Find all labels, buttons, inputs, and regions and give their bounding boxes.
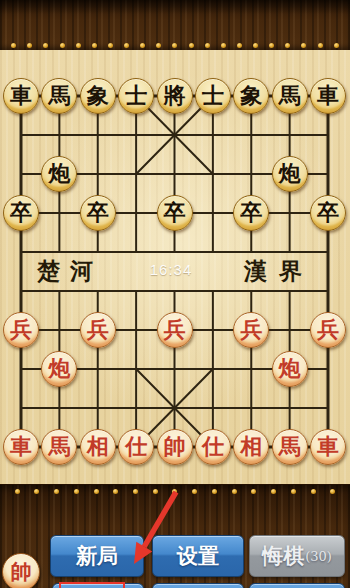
stud-dot [221,43,226,48]
undo-count: (30) [305,549,332,564]
bottom-stud-row [0,487,350,495]
xiangqi-app-screen: 楚河 16:34 漢界 車馬象士將士象馬車炮炮卒卒卒卒卒兵兵兵兵兵炮炮車馬相仕帥… [0,0,350,588]
settings-button[interactable]: 设置 [152,535,244,577]
piece-red-soldier[interactable]: 兵 [157,312,193,348]
stud-dot [140,43,145,48]
stud-dot [94,489,99,494]
red-general-badge: 帥 [2,553,40,588]
stud-dot [237,43,242,48]
stud-dot [192,489,197,494]
piece-red-chariot[interactable]: 車 [310,429,346,465]
piece-red-soldier[interactable]: 兵 [310,312,346,348]
stud-dot [60,43,65,48]
stud-dot [172,43,177,48]
stud-dot [11,43,16,48]
piece-red-soldier[interactable]: 兵 [3,312,39,348]
stud-dot [43,43,48,48]
piece-black-cannon[interactable]: 炮 [272,156,308,192]
piece-black-soldier[interactable]: 卒 [3,195,39,231]
piece-black-chariot[interactable]: 車 [3,78,39,114]
piece-black-elephant[interactable]: 象 [233,78,269,114]
stud-dot [334,43,339,48]
settings-label: 设置 [177,542,219,570]
stud-dot [92,43,97,48]
stud-dot [15,489,20,494]
stud-dot [124,43,129,48]
piece-black-advisor[interactable]: 士 [195,78,231,114]
stud-dot [311,489,316,494]
piece-black-soldier[interactable]: 卒 [157,195,193,231]
second-row-button-3[interactable] [249,583,345,588]
second-row-button-2[interactable] [152,583,244,588]
piece-black-soldier[interactable]: 卒 [233,195,269,231]
top-wood-frame [0,0,350,50]
top-stud-row [0,41,350,49]
game-clock: 16:34 [150,261,193,278]
stud-dot [133,489,138,494]
piece-black-soldier[interactable]: 卒 [310,195,346,231]
piece-black-elephant[interactable]: 象 [80,78,116,114]
piece-red-advisor[interactable]: 仕 [118,429,154,465]
stud-dot [113,489,118,494]
undo-label: 悔棋 [262,542,304,570]
stud-dot [271,489,276,494]
new-game-label: 新局 [76,542,118,570]
stud-dot [301,43,306,48]
new-game-button[interactable]: 新局 [50,535,144,577]
stud-dot [74,489,79,494]
piece-red-chariot[interactable]: 車 [3,429,39,465]
piece-black-soldier[interactable]: 卒 [80,195,116,231]
piece-red-elephant[interactable]: 相 [233,429,269,465]
stud-dot [156,43,161,48]
stud-dot [232,489,237,494]
piece-red-elephant[interactable]: 相 [80,429,116,465]
river-label-right: 漢界 [244,257,314,285]
piece-black-general[interactable]: 將 [157,78,193,114]
piece-black-chariot[interactable]: 車 [310,78,346,114]
stud-dot [212,489,217,494]
tutorial-highlight-rect [59,582,125,588]
undo-button[interactable]: 悔棋(30) [249,535,345,577]
stud-dot [76,43,81,48]
stud-dot [205,43,210,48]
stud-dot [189,43,194,48]
stud-dot [27,43,32,48]
stud-dot [318,43,323,48]
piece-black-horse[interactable]: 馬 [272,78,308,114]
stud-dot [108,43,113,48]
piece-red-cannon[interactable]: 炮 [272,351,308,387]
piece-red-horse[interactable]: 馬 [272,429,308,465]
piece-red-advisor[interactable]: 仕 [195,429,231,465]
stud-dot [285,43,290,48]
piece-red-general[interactable]: 帥 [157,429,193,465]
stud-dot [253,43,258,48]
stud-dot [34,489,39,494]
piece-red-soldier[interactable]: 兵 [233,312,269,348]
stud-dot [153,489,158,494]
stud-dot [251,489,256,494]
stud-dot [269,43,274,48]
piece-black-advisor[interactable]: 士 [118,78,154,114]
stud-dot [330,489,335,494]
piece-red-soldier[interactable]: 兵 [80,312,116,348]
stud-dot [54,489,59,494]
stud-dot [291,489,296,494]
river-label-left: 楚河 [37,257,103,285]
stud-dot [172,489,177,494]
